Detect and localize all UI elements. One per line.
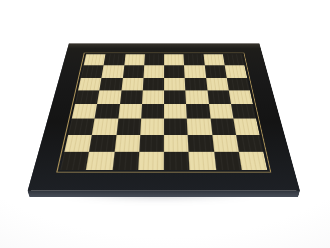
square-d3 <box>140 119 164 135</box>
square-e4 <box>164 104 187 119</box>
square-a2 <box>64 135 92 152</box>
square-g8 <box>203 54 224 65</box>
square-d4 <box>141 104 164 119</box>
square-a3 <box>68 119 95 135</box>
square-f4 <box>186 104 210 119</box>
square-c8 <box>124 54 145 65</box>
perspective-scene <box>0 0 330 248</box>
square-b7 <box>102 66 124 78</box>
board-side-edge-front <box>28 191 300 197</box>
chessboard <box>28 43 300 190</box>
square-g7 <box>204 66 226 78</box>
square-h7 <box>224 66 247 78</box>
square-h8 <box>223 54 245 65</box>
square-f5 <box>186 90 209 104</box>
square-g5 <box>207 90 231 104</box>
square-c3 <box>116 119 141 135</box>
board-side-edge-right <box>258 43 299 197</box>
square-a8 <box>84 54 106 65</box>
square-e8 <box>164 54 184 65</box>
square-f1 <box>189 152 216 170</box>
square-c2 <box>114 135 140 152</box>
square-h4 <box>231 104 256 119</box>
square-e1 <box>164 152 190 170</box>
square-d8 <box>144 54 164 65</box>
square-h1 <box>239 152 268 170</box>
square-e3 <box>164 119 188 135</box>
square-d5 <box>142 90 164 104</box>
square-b5 <box>97 90 121 104</box>
square-g4 <box>209 104 234 119</box>
square-h5 <box>229 90 253 104</box>
square-d7 <box>143 66 164 78</box>
square-h2 <box>236 135 264 152</box>
square-e5 <box>164 90 186 104</box>
square-b2 <box>89 135 116 152</box>
square-g3 <box>210 119 236 135</box>
square-a7 <box>81 66 104 78</box>
square-b3 <box>92 119 118 135</box>
square-c1 <box>112 152 139 170</box>
square-b8 <box>104 54 125 65</box>
square-e7 <box>164 66 185 78</box>
square-a4 <box>72 104 98 119</box>
square-h3 <box>233 119 260 135</box>
square-d1 <box>138 152 164 170</box>
square-a1 <box>60 152 89 170</box>
square-d2 <box>139 135 164 152</box>
square-a5 <box>75 90 100 104</box>
square-c4 <box>118 104 142 119</box>
square-c7 <box>122 66 143 78</box>
square-f8 <box>184 54 205 65</box>
square-f3 <box>187 119 212 135</box>
square-f7 <box>184 66 205 78</box>
square-c5 <box>120 90 143 104</box>
square-f2 <box>188 135 214 152</box>
square-b1 <box>86 152 114 170</box>
board-side-edge-left <box>28 43 70 197</box>
square-g2 <box>212 135 239 152</box>
playing-area <box>60 54 267 170</box>
square-e2 <box>164 135 189 152</box>
square-g1 <box>214 152 242 170</box>
photo-background <box>0 0 330 248</box>
square-b4 <box>95 104 120 119</box>
